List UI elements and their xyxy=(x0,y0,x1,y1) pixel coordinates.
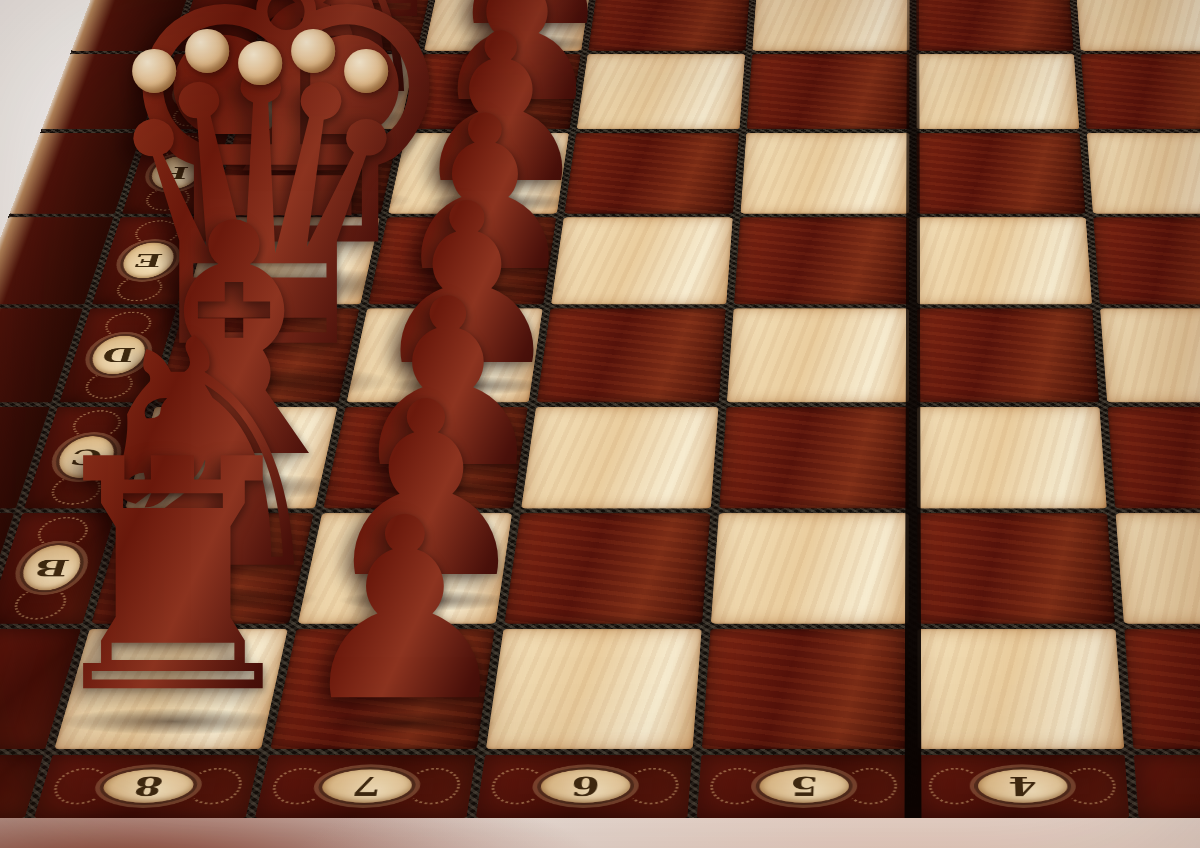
square-b8[interactable] xyxy=(91,513,313,623)
rank-label-7: 7 xyxy=(319,769,414,802)
square-e4[interactable] xyxy=(917,217,1092,304)
chessboard: GFEDCB87654 xyxy=(0,0,1200,818)
square-d6[interactable] xyxy=(537,308,726,402)
square-b7[interactable] xyxy=(298,513,512,623)
square-c7[interactable] xyxy=(323,407,528,509)
board-border-cell: 6 xyxy=(476,755,692,818)
square-e7[interactable] xyxy=(368,217,556,304)
square-f5[interactable] xyxy=(741,133,910,214)
board-hinge-seam xyxy=(905,0,922,818)
square-d5[interactable] xyxy=(727,308,909,402)
square-d7[interactable] xyxy=(347,308,543,402)
square-a6[interactable] xyxy=(486,629,702,749)
scroll-engraving xyxy=(69,410,125,438)
board-border-cell: 8 xyxy=(34,755,260,818)
square-g7[interactable] xyxy=(407,54,581,129)
square-a7[interactable] xyxy=(270,629,495,749)
square-g5[interactable] xyxy=(747,54,910,129)
scroll-engraving xyxy=(1061,768,1117,805)
square-a8[interactable] xyxy=(54,629,288,749)
square-c8[interactable] xyxy=(125,407,337,509)
square-a5[interactable] xyxy=(702,629,909,749)
rank-label-4: 4 xyxy=(977,769,1068,802)
chessboard-grid: GFEDCB87654 xyxy=(0,0,1200,818)
scroll-engraving xyxy=(10,587,71,619)
scroll-engraving xyxy=(623,768,680,805)
square-g4[interactable] xyxy=(916,54,1079,129)
scroll-engraving xyxy=(101,312,155,338)
scroll-engraving xyxy=(142,187,193,211)
scroll-engraving xyxy=(186,57,233,78)
square-d8[interactable] xyxy=(156,308,359,402)
square-c6[interactable] xyxy=(521,407,718,509)
file-label-d: D xyxy=(87,335,150,373)
square-h6[interactable] xyxy=(588,0,750,51)
file-label-c: C xyxy=(53,436,119,478)
rank-label-8: 8 xyxy=(99,769,197,802)
square-e5[interactable] xyxy=(734,217,909,304)
square-c5[interactable] xyxy=(719,407,909,509)
scroll-engraving xyxy=(81,372,136,399)
square-c3[interactable] xyxy=(1108,407,1200,509)
board-border-cell: G xyxy=(150,54,252,129)
scroll-engraving xyxy=(160,136,209,158)
square-f7[interactable] xyxy=(388,133,569,214)
square-h5[interactable] xyxy=(752,0,909,51)
scroll-engraving xyxy=(131,220,182,244)
square-b5[interactable] xyxy=(711,513,909,623)
scroll-engraving xyxy=(113,276,166,301)
file-label-g: G xyxy=(174,76,229,107)
scroll-engraving xyxy=(489,768,548,805)
file-label-f: F xyxy=(147,156,205,189)
square-c4[interactable] xyxy=(917,407,1107,509)
square-d3[interactable] xyxy=(1100,308,1200,402)
square-f8[interactable] xyxy=(212,133,399,214)
square-g8[interactable] xyxy=(237,54,417,129)
square-f6[interactable] xyxy=(564,133,739,214)
square-a3[interactable] xyxy=(1124,629,1200,749)
square-d4[interactable] xyxy=(917,308,1099,402)
board-border-cell: 7 xyxy=(255,755,476,818)
square-h3[interactable] xyxy=(1075,0,1200,51)
board-border-cell xyxy=(1134,755,1200,818)
file-label-e: E xyxy=(118,242,178,278)
file-label-b: B xyxy=(17,545,86,590)
square-f4[interactable] xyxy=(917,133,1086,214)
board-border-cell: 5 xyxy=(697,755,909,818)
scroll-engraving xyxy=(170,105,219,127)
board-outer-rim xyxy=(42,54,169,129)
square-a4[interactable] xyxy=(917,629,1124,749)
board-border-cell: 4 xyxy=(918,755,1130,818)
scroll-engraving xyxy=(47,475,105,505)
square-g3[interactable] xyxy=(1081,54,1200,129)
rank-label-5: 5 xyxy=(758,769,849,802)
board-border-cell: F xyxy=(122,133,229,214)
square-e6[interactable] xyxy=(551,217,733,304)
photo-frame: GFEDCB87654 ♜♞♝♛♚♝♞♜♟♟♟♟♟♟♟♟ xyxy=(0,0,1200,848)
rank-label-6: 6 xyxy=(538,769,631,802)
scroll-engraving xyxy=(843,768,897,805)
square-e3[interactable] xyxy=(1093,217,1200,304)
square-g6[interactable] xyxy=(577,54,745,129)
square-h8[interactable] xyxy=(260,0,433,51)
scroll-engraving xyxy=(403,768,463,805)
board-outer-rim xyxy=(71,0,192,51)
square-f3[interactable] xyxy=(1087,133,1200,214)
square-b6[interactable] xyxy=(504,513,710,623)
board-border-cell xyxy=(176,0,274,51)
square-b4[interactable] xyxy=(917,513,1115,623)
scroll-engraving xyxy=(929,768,983,805)
board-outer-rim xyxy=(10,133,142,214)
scroll-engraving xyxy=(33,517,92,548)
square-h7[interactable] xyxy=(424,0,592,51)
square-h4[interactable] xyxy=(916,0,1073,51)
square-e8[interactable] xyxy=(185,217,380,304)
scroll-engraving xyxy=(709,768,765,805)
square-b3[interactable] xyxy=(1116,513,1200,623)
